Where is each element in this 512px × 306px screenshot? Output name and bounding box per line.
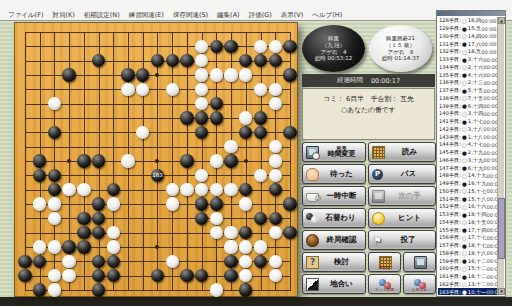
white-stone-glyph: ○: [462, 266, 467, 272]
white-stone-glyph: ○: [462, 33, 467, 39]
move-list-row[interactable]: 132手目:○18,五00:00:02: [438, 48, 497, 56]
move-time: 00:00:03: [483, 165, 497, 171]
white-stone: [62, 269, 75, 282]
move-number: 140手目:: [439, 110, 461, 117]
black-stone: [195, 111, 208, 124]
move-time: 00:00:25: [486, 289, 497, 295]
elapsed-time-bar: 経過時間 00:00:17: [302, 74, 435, 87]
komi-handicap-line: コミ： 6目半 手合割： 互先: [303, 94, 434, 105]
black-player-panel: 銀星 （九 段） アゲ石 4 総時 00:53:12: [302, 25, 365, 72]
move-time: 00:00:02: [483, 157, 497, 163]
move-list-row[interactable]: 149手目:●16,十九00:00:02: [438, 180, 497, 188]
white-stone: [166, 83, 179, 96]
hint-label: ヒント: [386, 213, 433, 223]
move-number: 156手目:: [439, 234, 461, 241]
move-number: 152手目:: [439, 203, 461, 210]
move-time: 00:00:02: [486, 274, 497, 280]
black-stone: [180, 54, 193, 67]
move-time: 00:00:05: [486, 204, 497, 210]
white-stone: [224, 240, 237, 253]
move-time: 00:00:02: [486, 258, 497, 264]
move-list-row[interactable]: 135手目:●4,十六00:00:04: [438, 71, 497, 79]
move-number: 148手目:: [439, 172, 461, 179]
monitor-icon: [372, 190, 385, 203]
move-time: 00:00:03: [483, 134, 497, 140]
menu-item-2[interactable]: 初期設定(N): [84, 11, 120, 20]
last-move-stone: 163: [151, 169, 164, 182]
move-number: 146手目:: [439, 157, 461, 164]
black-stone-glyph: ●: [462, 274, 467, 280]
pause-label: 一時中断: [320, 191, 363, 201]
move-coordinate: 13,十二: [468, 281, 487, 288]
move-number: 147手目:: [439, 165, 461, 172]
white-stone-glyph: ○: [462, 49, 467, 55]
black-stone-glyph: ●: [462, 227, 467, 233]
black-stone-glyph: ●: [462, 134, 467, 140]
menu-item-0[interactable]: ファイル(F): [8, 11, 43, 20]
move-time: 00:00:04: [483, 150, 497, 156]
white-stone-glyph: ○: [462, 64, 467, 70]
pass-button[interactable]: P パス: [368, 164, 436, 184]
move-coordinate: 10,十一: [468, 289, 487, 295]
move-list-row[interactable]: 155手目:●17,十四00:00:04: [438, 226, 497, 234]
scroll-down-arrow[interactable]: ▼: [498, 288, 505, 295]
move-list-row[interactable]: 146手目:○3,十九00:00:02: [438, 157, 497, 165]
move-number: 133手目:: [439, 56, 461, 63]
black-stone: [210, 111, 223, 124]
white-stone: [166, 255, 179, 268]
move-coordinate: 17,十七: [468, 234, 487, 241]
menu-item-4[interactable]: 保存関連(S): [173, 11, 208, 20]
move-coordinate: 18,十五: [468, 219, 487, 226]
white-stone-glyph: ○: [462, 204, 467, 210]
swap-stones-button[interactable]: 石替わり: [302, 208, 366, 228]
move-number: 157手目:: [439, 242, 461, 249]
white-stone: [224, 226, 237, 239]
move-list-row[interactable]: 152手目:○16,十六00:00:05: [438, 203, 497, 211]
move-time: 00:00:06: [486, 281, 497, 287]
black-stone: [283, 68, 296, 81]
move-number: 141手目:: [439, 118, 461, 125]
move-time: 00:00:04: [483, 111, 497, 117]
move-coordinate: 3,十六: [468, 56, 483, 63]
move-coordinate: 15,十八: [468, 196, 487, 203]
move-list[interactable]: 128手目:○16,四00:00:02129手目:●15,五00:00:0413…: [438, 17, 497, 295]
undo-label: 待った: [320, 169, 363, 179]
black-stone: [224, 255, 237, 268]
black-stone: [62, 240, 75, 253]
black-stone-glyph: ●: [462, 103, 467, 109]
black-stone: [77, 240, 90, 253]
black-stone: [77, 212, 90, 225]
white-stone-glyph: ○: [462, 235, 467, 241]
white-stone-glyph: ○: [462, 157, 467, 163]
black-stone-glyph: ●: [462, 243, 467, 249]
move-time: 00:00:03: [483, 95, 497, 101]
move-number: 150手目:: [439, 188, 461, 195]
lightbulb-icon: [372, 212, 385, 225]
menu-item-7[interactable]: 表示(V): [281, 11, 304, 20]
control-buttons: 思考時間変更 読み 待った P パス 一時中断 次の手 石替わり ヒント 終局確…: [302, 142, 436, 296]
move-coordinate: 16,十二: [468, 258, 487, 265]
white-stone: [239, 240, 252, 253]
pass-label: パス: [384, 169, 433, 179]
move-time: 00:00:04: [486, 266, 497, 272]
move-number: 137手目:: [439, 87, 461, 94]
black-stone: [269, 212, 282, 225]
move-list-row[interactable]: 151手目:●15,十八00:00:03: [438, 195, 497, 203]
white-stone: [224, 183, 237, 196]
menu-item-3[interactable]: 練習関連(E): [129, 11, 164, 20]
move-number: 159手目:: [439, 258, 461, 265]
black-stone: [92, 283, 105, 296]
move-coordinate: 2,十九: [468, 149, 483, 156]
move-list-row[interactable]: 148手目:○14,十九00:00:06: [438, 172, 497, 180]
move-number: 160手目:: [439, 265, 461, 272]
move-list-row[interactable]: 136手目:○2,十三00:00:02: [438, 79, 497, 87]
white-stone: [239, 68, 252, 81]
black-stone: [48, 126, 61, 139]
white-stone-glyph: ○: [462, 188, 467, 194]
move-time: 00:00:06: [483, 119, 497, 125]
black-stone: [254, 212, 267, 225]
elapsed-value: 00:00:17: [371, 77, 400, 85]
black-stone: [92, 154, 105, 167]
black-stone-glyph: ●: [462, 88, 467, 94]
move-list-row[interactable]: 130手目:○14,四00:00:03: [438, 33, 497, 41]
white-stone: [107, 197, 120, 210]
black-stone: [107, 255, 120, 268]
move-number: 130手目:: [439, 33, 461, 40]
move-time: 00:00:02: [481, 49, 497, 55]
net-play-label: ネット対局: [369, 288, 400, 292]
move-number: 128手目:: [439, 17, 461, 24]
scroll-thumb[interactable]: [498, 198, 505, 259]
move-time: 00:00:02: [486, 181, 497, 187]
resign-label: 投了: [383, 235, 433, 245]
black-captures: アゲ石 4: [321, 49, 347, 56]
move-time: 00:00:03: [481, 33, 497, 39]
screen-icon: [414, 256, 427, 269]
move-time: 00:00:05: [481, 41, 497, 47]
move-list-row[interactable]: 139手目:●6,十四00:00:02: [438, 102, 497, 110]
bottom-shadow-strip: [0, 297, 512, 306]
white-stone: [224, 68, 237, 81]
white-stone-glyph: ○: [462, 281, 467, 287]
white-stone: [62, 183, 75, 196]
move-coordinate: 15,十二: [468, 265, 487, 272]
move-list-row[interactable]: 159手目:●16,十二00:00:02: [438, 257, 497, 265]
net-play-button[interactable]: ネット対局: [368, 274, 401, 294]
question-board-icon: ?: [306, 256, 319, 269]
thinking-time-button[interactable]: 思考時間変更: [302, 142, 366, 162]
black-stone-glyph: ●: [462, 72, 467, 78]
white-stone: [33, 197, 46, 210]
black-stone-glyph: ●: [462, 181, 467, 187]
move-number: 155手目:: [439, 227, 461, 234]
diagram-label: 局面図: [369, 266, 400, 270]
move-time: 00:00:03: [486, 196, 497, 202]
move-number: 151手目:: [439, 196, 461, 203]
move-number: 161手目:: [439, 273, 461, 280]
move-list-row[interactable]: 142手目:○3,十八00:00:02: [438, 126, 497, 134]
black-stone: [224, 154, 237, 167]
move-number: 149手目:: [439, 180, 461, 187]
move-number: 145手目:: [439, 149, 461, 156]
move-coordinate: 18,五: [468, 48, 481, 55]
black-stone: [224, 40, 237, 53]
move-list-row[interactable]: 128手目:○16,四00:00:02: [438, 17, 497, 25]
white-stone: [210, 68, 223, 81]
white-stone: [48, 197, 61, 210]
move-number: 139手目:: [439, 103, 461, 110]
read-label: 読み: [386, 147, 433, 157]
move-number: 158手目:: [439, 250, 461, 257]
move-coordinate: 18,十八: [468, 250, 487, 257]
black-stone: [210, 40, 223, 53]
move-number: 142手目:: [439, 126, 461, 133]
white-stone: [107, 240, 120, 253]
move-coordinate: 16,十六: [468, 203, 487, 210]
white-stone: [254, 169, 267, 182]
move-time: 00:00:03: [486, 219, 497, 225]
black-stone-glyph: ●: [462, 26, 467, 32]
white-stone: [180, 183, 193, 196]
white-stone: [254, 83, 267, 96]
move-coordinate: 17,十四: [468, 227, 487, 234]
swap-stones-label: 石替わり: [318, 213, 363, 223]
move-coordinate: 16,十九: [468, 180, 487, 187]
move-number: 129手目:: [439, 25, 461, 32]
resign-button[interactable]: ⚑ 投了: [368, 230, 436, 250]
move-list-row[interactable]: 150手目:○15,十七00:00:04: [438, 188, 497, 196]
black-total-time: 総時 00:53:12: [315, 55, 352, 62]
white-stone: [166, 197, 179, 210]
move-number: 163手目:: [439, 289, 461, 295]
white-stone-glyph: ○: [462, 126, 467, 132]
star-point: [244, 159, 248, 163]
black-stone-glyph: ●: [462, 212, 467, 218]
white-stone: [254, 40, 267, 53]
move-list-row[interactable]: 161手目:●18,十二00:00:02: [438, 273, 497, 281]
white-stone: [239, 197, 252, 210]
read-button[interactable]: 読み: [368, 142, 436, 162]
title-bar: [0, 0, 512, 10]
move-list-row[interactable]: 141手目:●1,十七00:00:06: [438, 118, 497, 126]
black-stone: [283, 40, 296, 53]
black-stone: [254, 126, 267, 139]
move-list-row[interactable]: 134手目:○2,十六00:00:03: [438, 64, 497, 72]
black-stone: [33, 283, 46, 296]
move-list-row[interactable]: 137手目:●5,十五00:00:05: [438, 87, 497, 95]
move-number: 136手目:: [439, 79, 461, 86]
black-stone: [254, 255, 267, 268]
move-list-row[interactable]: 162手目:○13,十二00:00:06: [438, 281, 497, 289]
menu-item-5[interactable]: 編集(A): [217, 11, 240, 20]
white-stone: [48, 283, 61, 296]
move-time: 00:00:06: [486, 173, 497, 179]
move-list-row[interactable]: 138手目:○7,十五00:00:03: [438, 95, 497, 103]
move-list-row[interactable]: 157手目:●18,十七00:00:05: [438, 242, 497, 250]
review-label: 検討: [320, 257, 363, 267]
white-player-panel: 銀星囲碁21 （１５ 級） アゲ石 6 総時 01:14:37: [369, 25, 432, 72]
move-coordinate: 6,十四: [468, 103, 483, 110]
pause-button[interactable]: 一時中断: [302, 186, 366, 206]
monitor-clock-icon: [306, 146, 319, 159]
move-coordinate: 4,十六: [468, 72, 483, 79]
move-list-row[interactable]: 129手目:●15,五00:00:04: [438, 25, 497, 33]
move-list-row[interactable]: 154手目:○18,十五00:00:03: [438, 219, 497, 227]
end-confirm-label: 終局確認: [320, 235, 363, 245]
white-stone-glyph: ○: [462, 111, 467, 117]
black-stone: [62, 68, 75, 81]
move-list-row[interactable]: 158手目:○18,十八00:00:03: [438, 250, 497, 258]
move-list-row[interactable]: 156手目:○17,十七00:00:02: [438, 234, 497, 242]
move-coordinate: 16,四: [468, 17, 481, 24]
move-list-scrollbar[interactable]: ▲ ▼: [497, 17, 504, 295]
scroll-up-arrow[interactable]: ▲: [498, 17, 505, 24]
move-time: 00:00:02: [486, 212, 497, 218]
move-coordinate: 1,十七: [468, 118, 483, 125]
news-label: お知らせ: [404, 288, 435, 292]
move-time: 00:00:04: [483, 72, 497, 78]
white-stone-glyph: ○: [462, 250, 467, 256]
stones-swap-icon: [306, 213, 318, 223]
black-stone: [48, 169, 61, 182]
move-number: 132手目:: [439, 48, 461, 55]
menu-item-1[interactable]: 対局(K): [52, 11, 74, 20]
black-stone: [180, 269, 193, 282]
review-button[interactable]: ? 検討: [302, 252, 366, 272]
black-stone: [283, 126, 296, 139]
menu-item-6[interactable]: 評価(G): [249, 11, 272, 20]
move-list-header: [437, 11, 505, 16]
pass-icon: P: [372, 169, 383, 180]
move-list-row[interactable]: 160手目:○15,十二00:00:04: [438, 265, 497, 273]
move-time: 00:00:02: [483, 80, 497, 86]
move-number: 131手目:: [439, 41, 461, 48]
black-stone: [180, 154, 193, 167]
territory-label: 地合い: [320, 279, 363, 289]
end-confirm-button[interactable]: 終局確認: [302, 230, 366, 250]
move-number: 135手目:: [439, 72, 461, 79]
white-stone: [224, 140, 237, 153]
move-time: 00:00:05: [486, 243, 497, 249]
move-coordinate: 14,十九: [468, 172, 487, 179]
move-list-row[interactable]: 131手目:●17,六00:00:05: [438, 40, 497, 48]
move-time: 00:00:06: [483, 57, 497, 63]
move-coordinate: 18,十四: [468, 211, 487, 218]
move-coordinate: 3,十四: [468, 110, 483, 117]
diagram-button[interactable]: 局面図: [368, 252, 401, 272]
move-time: 00:00:02: [481, 18, 497, 24]
move-list-row[interactable]: 133手目:●3,十六00:00:06: [438, 56, 497, 64]
white-stone: [166, 183, 179, 196]
move-time: 00:00:04: [486, 227, 497, 233]
move-time: 00:00:02: [486, 235, 497, 241]
ginsei-igo-window: { "game": "go", "app": { "menu_items": […: [0, 0, 512, 306]
next-move-label: 次の手: [386, 191, 433, 201]
white-stone: [210, 212, 223, 225]
black-stone: [77, 226, 90, 239]
black-stone: [18, 255, 31, 268]
move-list-row[interactable]: 143手目:●1,十八00:00:03: [438, 133, 497, 141]
move-time: 00:00:05: [483, 88, 497, 94]
move-coordinate: 18,十二: [468, 273, 487, 280]
move-list-row[interactable]: 163手目:●10,十一00:00:25: [438, 288, 497, 295]
black-stone: [18, 269, 31, 282]
move-number: 143手目:: [439, 134, 461, 141]
black-stone: [121, 68, 134, 81]
black-stone-glyph: ●: [462, 196, 467, 202]
board-magnifier-icon: [372, 146, 385, 159]
move-coordinate: 3,十八: [468, 126, 483, 133]
black-stone: [77, 154, 90, 167]
white-total-time: 総時 01:14:37: [382, 55, 419, 62]
move-coordinate: 17,六: [468, 41, 481, 48]
white-stone-glyph: ○: [462, 80, 467, 86]
move-coordinate: 18,十七: [468, 242, 487, 249]
undo-button[interactable]: 待った: [302, 164, 366, 184]
white-stone-glyph: ○: [462, 142, 467, 148]
white-stone: [62, 255, 75, 268]
black-stone: [136, 68, 149, 81]
news-button[interactable]: お知らせ: [403, 274, 436, 294]
black-stone-glyph: ●: [462, 258, 467, 264]
move-time: 00:00:04: [486, 188, 497, 194]
territory-button[interactable]: 地合い: [302, 274, 366, 294]
menu-item-8[interactable]: ヘルプ(H): [312, 11, 342, 20]
white-stone: [210, 283, 223, 296]
move-list-row[interactable]: 144手目:○4,十七00:00:05: [438, 141, 497, 149]
move-number: 154手目:: [439, 219, 461, 226]
move-list-row[interactable]: 140手目:○3,十四00:00:04: [438, 110, 497, 118]
white-stone: [121, 83, 134, 96]
turn-indicator: ○あなたの番です: [303, 105, 434, 116]
black-stone: [210, 197, 223, 210]
move-number: 153手目:: [439, 211, 461, 218]
white-stone: [195, 68, 208, 81]
move-coordinate: 3,十九: [468, 157, 483, 164]
black-stone-glyph: ●: [462, 41, 467, 47]
black-stone: [180, 111, 193, 124]
move-list-row[interactable]: 145手目:●2,十九00:00:04: [438, 149, 497, 157]
white-stone: [269, 169, 282, 182]
black-stone: [195, 197, 208, 210]
move-coordinate: 6,十九: [468, 165, 483, 172]
move-number: 162手目:: [439, 281, 461, 288]
black-stone: [283, 226, 296, 239]
white-stone: [33, 240, 46, 253]
move-time: 00:00:03: [486, 250, 497, 256]
move-list-row[interactable]: 153手目:●18,十四00:00:02: [438, 211, 497, 219]
move-time: 00:00:04: [481, 26, 497, 32]
screen-button[interactable]: [403, 252, 436, 272]
black-stone-glyph: ●: [462, 289, 467, 295]
move-list-row[interactable]: 147手目:●6,十九00:00:03: [438, 164, 497, 172]
black-stone: [239, 283, 252, 296]
white-stone-glyph: ○: [462, 173, 467, 179]
white-stone-glyph: ○: [462, 219, 467, 225]
go-board[interactable]: 163: [14, 22, 298, 297]
move-time: 00:00:02: [483, 126, 497, 132]
move-coordinate: 14,四: [468, 33, 481, 40]
black-player-rank: （九 段）: [322, 42, 346, 49]
move-coordinate: 15,五: [468, 25, 481, 32]
hint-button[interactable]: ヒント: [368, 208, 436, 228]
move-number: 138手目:: [439, 95, 461, 102]
black-stone: [254, 111, 267, 124]
